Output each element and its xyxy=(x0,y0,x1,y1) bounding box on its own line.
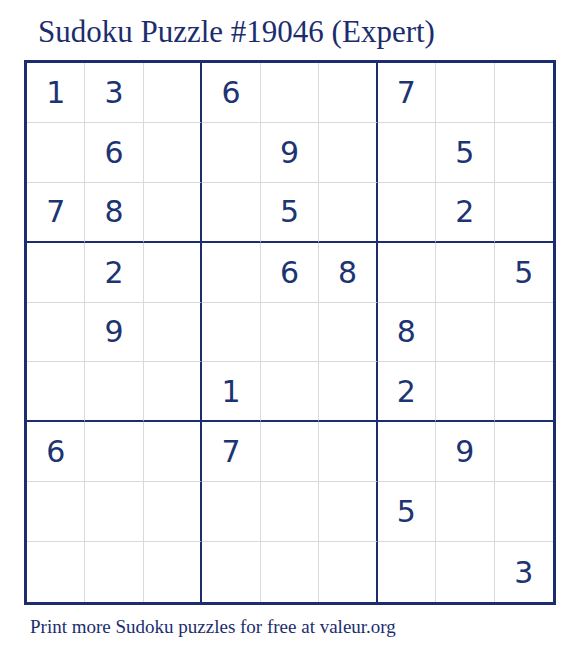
cell-r3c6[interactable] xyxy=(319,183,377,243)
cell-r5c7[interactable]: 8 xyxy=(378,303,436,363)
cell-r5c4[interactable] xyxy=(202,303,260,363)
cell-r9c5[interactable] xyxy=(261,542,319,602)
cell-r7c3[interactable] xyxy=(144,422,202,482)
cell-r7c4[interactable]: 7 xyxy=(202,422,260,482)
cell-r2c1[interactable] xyxy=(27,123,85,183)
cell-r2c4[interactable] xyxy=(202,123,260,183)
cell-r6c9[interactable] xyxy=(495,362,553,422)
cell-r5c2[interactable]: 9 xyxy=(85,303,143,363)
cell-r4c7[interactable] xyxy=(378,243,436,303)
cell-r3c5[interactable]: 5 xyxy=(261,183,319,243)
cell-r3c9[interactable] xyxy=(495,183,553,243)
cell-r1c4[interactable]: 6 xyxy=(202,63,260,123)
cell-r3c1[interactable]: 7 xyxy=(27,183,85,243)
cell-r1c3[interactable] xyxy=(144,63,202,123)
cell-r1c1[interactable]: 1 xyxy=(27,63,85,123)
cell-r5c5[interactable] xyxy=(261,303,319,363)
cell-r7c5[interactable] xyxy=(261,422,319,482)
cell-r2c6[interactable] xyxy=(319,123,377,183)
cell-r9c7[interactable] xyxy=(378,542,436,602)
cell-r6c7[interactable]: 2 xyxy=(378,362,436,422)
cell-r8c6[interactable] xyxy=(319,482,377,542)
cell-r1c6[interactable] xyxy=(319,63,377,123)
cell-r1c8[interactable] xyxy=(436,63,494,123)
cell-r2c7[interactable] xyxy=(378,123,436,183)
cell-r4c1[interactable] xyxy=(27,243,85,303)
cell-r7c1[interactable]: 6 xyxy=(27,422,85,482)
cell-r5c6[interactable] xyxy=(319,303,377,363)
cell-r5c1[interactable] xyxy=(27,303,85,363)
cell-r7c2[interactable] xyxy=(85,422,143,482)
cell-r6c8[interactable] xyxy=(436,362,494,422)
cell-r3c7[interactable] xyxy=(378,183,436,243)
cell-r8c5[interactable] xyxy=(261,482,319,542)
cell-r5c9[interactable] xyxy=(495,303,553,363)
cell-r8c1[interactable] xyxy=(27,482,85,542)
cell-r4c5[interactable]: 6 xyxy=(261,243,319,303)
cell-r2c5[interactable]: 9 xyxy=(261,123,319,183)
cell-r1c5[interactable] xyxy=(261,63,319,123)
cell-r9c2[interactable] xyxy=(85,542,143,602)
cell-r1c2[interactable]: 3 xyxy=(85,63,143,123)
cell-r6c5[interactable] xyxy=(261,362,319,422)
cell-r8c7[interactable]: 5 xyxy=(378,482,436,542)
cell-r4c2[interactable]: 2 xyxy=(85,243,143,303)
cell-r4c6[interactable]: 8 xyxy=(319,243,377,303)
cell-r2c8[interactable]: 5 xyxy=(436,123,494,183)
cell-r8c2[interactable] xyxy=(85,482,143,542)
cell-r4c3[interactable] xyxy=(144,243,202,303)
cell-r7c7[interactable] xyxy=(378,422,436,482)
cell-r2c3[interactable] xyxy=(144,123,202,183)
footer-text: Print more Sudoku puzzles for free at va… xyxy=(30,616,396,638)
cell-r2c9[interactable] xyxy=(495,123,553,183)
cell-r1c9[interactable] xyxy=(495,63,553,123)
cell-r5c3[interactable] xyxy=(144,303,202,363)
cell-r6c3[interactable] xyxy=(144,362,202,422)
cell-r9c3[interactable] xyxy=(144,542,202,602)
cell-r8c4[interactable] xyxy=(202,482,260,542)
cell-r6c6[interactable] xyxy=(319,362,377,422)
cell-r8c8[interactable] xyxy=(436,482,494,542)
cell-r8c3[interactable] xyxy=(144,482,202,542)
cell-r2c2[interactable]: 6 xyxy=(85,123,143,183)
cell-r3c2[interactable]: 8 xyxy=(85,183,143,243)
cell-r6c1[interactable] xyxy=(27,362,85,422)
cell-r8c9[interactable] xyxy=(495,482,553,542)
cell-r4c4[interactable] xyxy=(202,243,260,303)
cell-r7c6[interactable] xyxy=(319,422,377,482)
cell-r3c8[interactable]: 2 xyxy=(436,183,494,243)
sudoku-page: Sudoku Puzzle #19046 (Expert) 1367695785… xyxy=(0,0,580,651)
cell-r9c1[interactable] xyxy=(27,542,85,602)
cell-r9c9[interactable]: 3 xyxy=(495,542,553,602)
cell-r9c6[interactable] xyxy=(319,542,377,602)
cell-r1c7[interactable]: 7 xyxy=(378,63,436,123)
sudoku-board: 136769578522685981267953 xyxy=(24,60,556,605)
cell-r4c9[interactable]: 5 xyxy=(495,243,553,303)
cell-r3c3[interactable] xyxy=(144,183,202,243)
cell-r6c2[interactable] xyxy=(85,362,143,422)
cell-r7c8[interactable]: 9 xyxy=(436,422,494,482)
cell-r7c9[interactable] xyxy=(495,422,553,482)
cell-r3c4[interactable] xyxy=(202,183,260,243)
cell-r5c8[interactable] xyxy=(436,303,494,363)
cell-r9c4[interactable] xyxy=(202,542,260,602)
page-title: Sudoku Puzzle #19046 (Expert) xyxy=(38,13,435,51)
cell-r9c8[interactable] xyxy=(436,542,494,602)
cell-r4c8[interactable] xyxy=(436,243,494,303)
cell-r6c4[interactable]: 1 xyxy=(202,362,260,422)
